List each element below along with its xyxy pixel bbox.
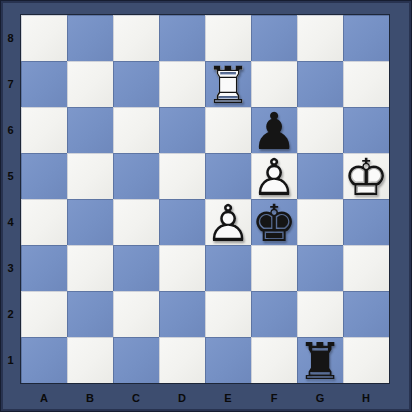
square-g6[interactable] [297,107,343,153]
square-c5[interactable] [113,153,159,199]
square-f8[interactable] [251,15,297,61]
square-g4[interactable] [297,199,343,245]
square-a3[interactable] [21,245,67,291]
square-d1[interactable] [159,337,205,383]
rank-label-2: 2 [0,291,21,337]
square-g5[interactable] [297,153,343,199]
square-e6[interactable] [205,107,251,153]
square-f5[interactable]: ♟♙ [251,153,297,199]
square-a1[interactable] [21,337,67,383]
square-h8[interactable] [343,15,389,61]
square-g8[interactable] [297,15,343,61]
file-label-d: D [159,383,205,412]
square-d4[interactable] [159,199,205,245]
file-labels: ABCDEFGH [21,383,389,412]
white-king-h5[interactable]: ♚♔ [343,153,389,199]
square-h5[interactable]: ♚♔ [343,153,389,199]
square-f2[interactable] [251,291,297,337]
white-rook-e7[interactable]: ♜♖ [205,61,251,107]
chess-board: ♜♖♟♟♙♚♔♟♙♚♜ [21,15,389,383]
square-f6[interactable]: ♟ [251,107,297,153]
square-b8[interactable] [67,15,113,61]
white-rook-outline: ♖ [205,61,251,107]
rank-labels: 87654321 [0,15,21,383]
file-label-b: B [67,383,113,412]
black-king-f4[interactable]: ♚ [251,199,297,245]
square-d8[interactable] [159,15,205,61]
square-d5[interactable] [159,153,205,199]
square-a8[interactable] [21,15,67,61]
square-h3[interactable] [343,245,389,291]
square-c1[interactable] [113,337,159,383]
square-h4[interactable] [343,199,389,245]
white-pawn-f5[interactable]: ♟♙ [251,153,297,199]
square-f3[interactable] [251,245,297,291]
rank-label-5: 5 [0,153,21,199]
white-king-outline: ♔ [343,153,389,199]
square-c7[interactable] [113,61,159,107]
rank-label-6: 6 [0,107,21,153]
square-h2[interactable] [343,291,389,337]
square-e8[interactable] [205,15,251,61]
file-label-g: G [297,383,343,412]
rank-label-8: 8 [0,15,21,61]
black-pawn-f6[interactable]: ♟ [251,107,297,153]
square-f4[interactable]: ♚ [251,199,297,245]
square-b3[interactable] [67,245,113,291]
square-a2[interactable] [21,291,67,337]
square-e1[interactable] [205,337,251,383]
square-e7[interactable]: ♜♖ [205,61,251,107]
file-label-h: H [343,383,389,412]
square-h1[interactable] [343,337,389,383]
black-rook-glyph: ♜ [297,337,343,383]
black-pawn-glyph: ♟ [251,107,297,153]
square-g3[interactable] [297,245,343,291]
rank-label-3: 3 [0,245,21,291]
square-g7[interactable] [297,61,343,107]
square-a5[interactable] [21,153,67,199]
file-label-c: C [113,383,159,412]
square-a4[interactable] [21,199,67,245]
file-label-a: A [21,383,67,412]
white-pawn-outline: ♙ [205,199,251,245]
square-b2[interactable] [67,291,113,337]
rank-label-7: 7 [0,61,21,107]
black-king-glyph: ♚ [251,199,297,245]
square-e4[interactable]: ♟♙ [205,199,251,245]
square-e2[interactable] [205,291,251,337]
square-h7[interactable] [343,61,389,107]
square-a6[interactable] [21,107,67,153]
square-d6[interactable] [159,107,205,153]
square-d7[interactable] [159,61,205,107]
rank-label-1: 1 [0,337,21,383]
square-e3[interactable] [205,245,251,291]
square-a7[interactable] [21,61,67,107]
square-c6[interactable] [113,107,159,153]
chess-diagram: 87654321 ♜♖♟♟♙♚♔♟♙♚♜ ABCDEFGH [0,0,412,412]
square-c2[interactable] [113,291,159,337]
square-d2[interactable] [159,291,205,337]
square-c8[interactable] [113,15,159,61]
square-g1[interactable]: ♜ [297,337,343,383]
square-b5[interactable] [67,153,113,199]
square-c3[interactable] [113,245,159,291]
square-e5[interactable] [205,153,251,199]
square-b6[interactable] [67,107,113,153]
white-pawn-e4[interactable]: ♟♙ [205,199,251,245]
square-h6[interactable] [343,107,389,153]
square-f1[interactable] [251,337,297,383]
square-b1[interactable] [67,337,113,383]
square-g2[interactable] [297,291,343,337]
white-pawn-outline: ♙ [251,153,297,199]
square-b4[interactable] [67,199,113,245]
square-d3[interactable] [159,245,205,291]
square-c4[interactable] [113,199,159,245]
black-rook-g1[interactable]: ♜ [297,337,343,383]
square-f7[interactable] [251,61,297,107]
square-b7[interactable] [67,61,113,107]
file-label-f: F [251,383,297,412]
rank-label-4: 4 [0,199,21,245]
file-label-e: E [205,383,251,412]
